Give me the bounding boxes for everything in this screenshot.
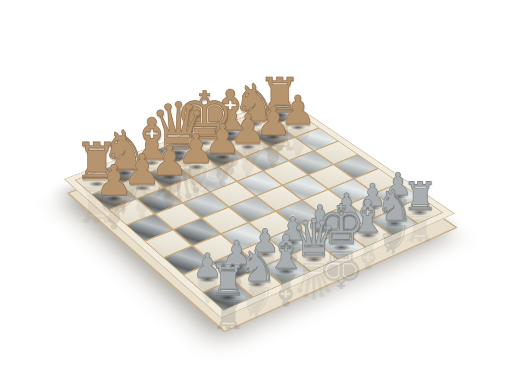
chessboard: [116, 56, 396, 336]
board-squares: [64, 97, 455, 318]
chess-set-product-photo: ♜♜♟♟♟♟♜♜♞♞♟♟♟♟♞♞♝♝♟♟♟♟♝♝♚♚♟♟♟♟♚♚♛♛♟♟♟♟♛♛…: [0, 0, 512, 384]
